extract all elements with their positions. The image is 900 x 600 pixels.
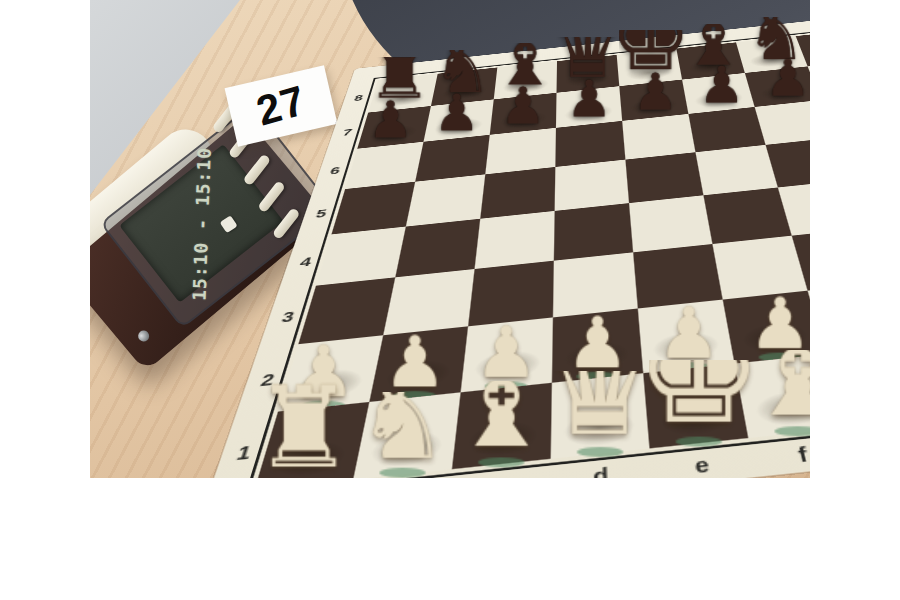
square-d4 [554, 203, 633, 261]
square-e3 [633, 244, 723, 308]
chess-board: 87654321abcdefgh♜♞♝♛♚♝♞♜♟♟♟♟♟♟♟♟♟♟♟♟♟♟♟♟… [194, 14, 810, 478]
square-c3 [468, 261, 554, 327]
board-squares [254, 30, 810, 478]
file-label-f: f [749, 430, 810, 477]
board-scene: 87654321abcdefgh♜♞♝♛♚♝♞♜♟♟♟♟♟♟♟♟♟♟♟♟♟♟♟♟… [90, 0, 810, 478]
photo-area: 15:10 - 15:10 27 87654321abcdefgh♜♞♝♛♚♝♞… [90, 0, 810, 478]
square-c4 [475, 211, 555, 269]
square-g6 [755, 100, 810, 145]
square-f3 [712, 236, 807, 300]
square-b4 [395, 219, 480, 278]
square-b3 [383, 269, 474, 335]
square-e4 [629, 195, 712, 252]
square-f4 [703, 187, 791, 244]
square-d3 [553, 252, 638, 317]
